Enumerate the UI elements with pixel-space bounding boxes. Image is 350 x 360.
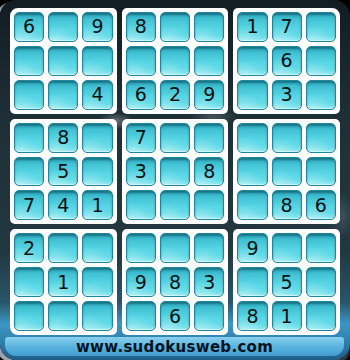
cell-r3c3[interactable]: 4 [82, 80, 112, 110]
cell-r3c8[interactable]: 3 [272, 80, 302, 110]
cell-r2c7[interactable] [237, 46, 267, 76]
cell-r5c2[interactable]: 5 [48, 157, 78, 187]
cell-r4c1[interactable] [14, 123, 44, 153]
cell-r8c3[interactable] [82, 267, 112, 297]
cell-r9c9[interactable] [306, 301, 336, 331]
cell-r5c6[interactable]: 8 [194, 157, 224, 187]
cell-r4c2[interactable]: 8 [48, 123, 78, 153]
cell-r6c7[interactable] [237, 190, 267, 220]
cell-r3c5[interactable]: 2 [160, 80, 190, 110]
cell-r4c8[interactable] [272, 123, 302, 153]
cell-r5c5[interactable] [160, 157, 190, 187]
cell-r8c2[interactable]: 1 [48, 267, 78, 297]
cell-r7c5[interactable] [160, 233, 190, 263]
cell-r4c7[interactable] [237, 123, 267, 153]
cell-r7c4[interactable] [126, 233, 156, 263]
box-6: 86 [233, 119, 340, 225]
cell-r8c6[interactable]: 3 [194, 267, 224, 297]
cell-r3c6[interactable]: 9 [194, 80, 224, 110]
cell-r5c8[interactable] [272, 157, 302, 187]
cell-r7c8[interactable] [272, 233, 302, 263]
page-background: 6948629176385741738862198369581 www.sudo… [0, 0, 350, 360]
box-5: 738 [122, 119, 229, 225]
cell-r9c1[interactable] [14, 301, 44, 331]
cell-r2c8[interactable]: 6 [272, 46, 302, 76]
cell-r9c4[interactable] [126, 301, 156, 331]
cell-r1c1[interactable]: 6 [14, 12, 44, 42]
cell-r8c8[interactable]: 5 [272, 267, 302, 297]
cell-r5c3[interactable] [82, 157, 112, 187]
box-3: 1763 [233, 8, 340, 114]
cell-r8c5[interactable]: 8 [160, 267, 190, 297]
cell-r6c4[interactable] [126, 190, 156, 220]
cell-r3c9[interactable] [306, 80, 336, 110]
cell-r9c5[interactable]: 6 [160, 301, 190, 331]
cell-r4c9[interactable] [306, 123, 336, 153]
website-link[interactable]: www.sudokusweb.com [76, 338, 273, 356]
cell-r7c3[interactable] [82, 233, 112, 263]
cell-r3c4[interactable]: 6 [126, 80, 156, 110]
box-1: 694 [10, 8, 117, 114]
cell-r9c7[interactable]: 8 [237, 301, 267, 331]
cell-r1c5[interactable] [160, 12, 190, 42]
cell-r6c1[interactable]: 7 [14, 190, 44, 220]
cell-r3c7[interactable] [237, 80, 267, 110]
cell-r6c2[interactable]: 4 [48, 190, 78, 220]
cell-r8c9[interactable] [306, 267, 336, 297]
cell-r7c7[interactable]: 9 [237, 233, 267, 263]
cell-r8c1[interactable] [14, 267, 44, 297]
cell-r5c1[interactable] [14, 157, 44, 187]
cell-r2c5[interactable] [160, 46, 190, 76]
cell-r6c5[interactable] [160, 190, 190, 220]
cell-r6c8[interactable]: 8 [272, 190, 302, 220]
box-7: 21 [10, 229, 117, 335]
cell-r8c7[interactable] [237, 267, 267, 297]
cell-r2c1[interactable] [14, 46, 44, 76]
cell-r2c4[interactable] [126, 46, 156, 76]
cell-r7c1[interactable]: 2 [14, 233, 44, 263]
cell-r7c9[interactable] [306, 233, 336, 263]
cell-r6c6[interactable] [194, 190, 224, 220]
cell-r9c3[interactable] [82, 301, 112, 331]
cell-r4c4[interactable]: 7 [126, 123, 156, 153]
cell-r9c8[interactable]: 1 [272, 301, 302, 331]
footer-bar: www.sudokusweb.com [5, 337, 344, 356]
cell-r2c2[interactable] [48, 46, 78, 76]
sudoku-board: 6948629176385741738862198369581 [10, 8, 340, 335]
box-2: 8629 [122, 8, 229, 114]
cell-r3c1[interactable] [14, 80, 44, 110]
cell-r6c3[interactable]: 1 [82, 190, 112, 220]
cell-r9c6[interactable] [194, 301, 224, 331]
cell-r1c4[interactable]: 8 [126, 12, 156, 42]
box-4: 85741 [10, 119, 117, 225]
cell-r5c4[interactable]: 3 [126, 157, 156, 187]
cell-r6c9[interactable]: 6 [306, 190, 336, 220]
cell-r2c3[interactable] [82, 46, 112, 76]
cell-r1c3[interactable]: 9 [82, 12, 112, 42]
cell-r5c7[interactable] [237, 157, 267, 187]
cell-r4c6[interactable] [194, 123, 224, 153]
cell-r7c6[interactable] [194, 233, 224, 263]
cell-r1c7[interactable]: 1 [237, 12, 267, 42]
cell-r1c9[interactable] [306, 12, 336, 42]
cell-r3c2[interactable] [48, 80, 78, 110]
cell-r4c3[interactable] [82, 123, 112, 153]
cell-r1c8[interactable]: 7 [272, 12, 302, 42]
cell-r2c6[interactable] [194, 46, 224, 76]
cell-r5c9[interactable] [306, 157, 336, 187]
cell-r7c2[interactable] [48, 233, 78, 263]
box-9: 9581 [233, 229, 340, 335]
cell-r4c5[interactable] [160, 123, 190, 153]
sudoku-widget: 6948629176385741738862198369581 www.sudo… [0, 0, 350, 360]
cell-r2c9[interactable] [306, 46, 336, 76]
cell-r1c2[interactable] [48, 12, 78, 42]
cell-r8c4[interactable]: 9 [126, 267, 156, 297]
cell-r9c2[interactable] [48, 301, 78, 331]
box-8: 9836 [122, 229, 229, 335]
cell-r1c6[interactable] [194, 12, 224, 42]
